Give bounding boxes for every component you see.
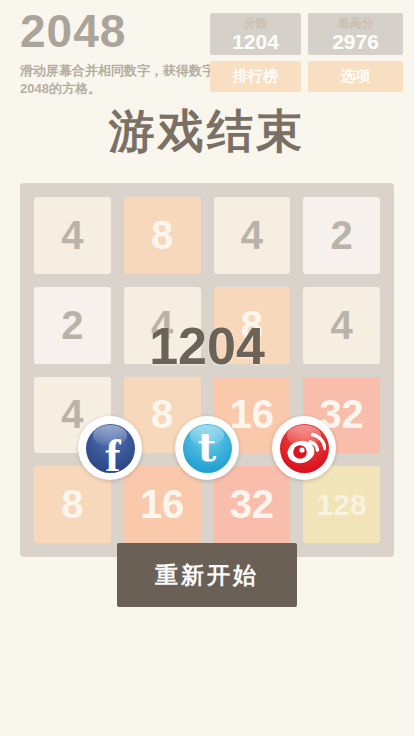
twitter-share-button[interactable]: t: [175, 416, 239, 480]
game-over-title: 游戏结束: [0, 101, 414, 163]
share-icons-row: f t: [0, 416, 414, 480]
score-label: 分数: [244, 16, 268, 30]
twitter-t-glyph: t: [198, 424, 216, 470]
weibo-share-button[interactable]: [272, 416, 336, 480]
best-score-label: 最高分: [338, 16, 374, 30]
app-subtitle: 滑动屏幕合并相同数字，获得数字2048的方格。: [20, 62, 216, 97]
facebook-icon: f: [86, 424, 135, 473]
score-box: 分数 1204: [210, 13, 301, 55]
twitter-icon: t: [183, 424, 232, 473]
restart-button[interactable]: 重新开始: [117, 543, 297, 607]
facebook-f-glyph: f: [105, 429, 120, 473]
best-score-box: 最高分 2976: [308, 13, 403, 55]
app-title: 2048: [20, 4, 126, 58]
tile-r1c1: 4: [34, 197, 111, 274]
score-value: 1204: [232, 30, 279, 53]
facebook-share-button[interactable]: f: [78, 416, 142, 480]
weibo-eye-glyph: [282, 426, 326, 470]
final-score-value: 1204: [0, 316, 414, 376]
weibo-icon: [280, 424, 329, 473]
tile-r1c2: 8: [124, 197, 201, 274]
tile-r1c3: 4: [214, 197, 291, 274]
leaderboard-button[interactable]: 排行榜: [210, 61, 301, 92]
tile-r1c4: 2: [303, 197, 380, 274]
options-button[interactable]: 选项: [308, 61, 403, 92]
best-score-value: 2976: [332, 30, 379, 53]
